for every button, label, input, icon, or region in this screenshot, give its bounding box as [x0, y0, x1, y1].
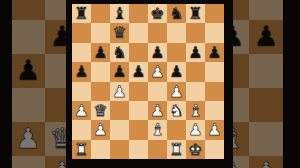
square-b2: ♟ — [91, 120, 110, 139]
square-b1 — [91, 140, 110, 159]
square-g1: ♚ — [186, 140, 205, 159]
square-c5: ♟ — [110, 62, 129, 81]
white-pawn: ♟ — [148, 62, 167, 81]
square-f3: ♞ — [167, 101, 186, 120]
square-g8: ♜ — [186, 4, 205, 23]
video-frame[interactable]: ♜♝♚♞♜♛♟♞♟♟♟♟♟♟♟♟♟♟♟♛♟♞♝♟♝♟♟♜♜♚ ♜♝♚♞♜♛♟♞♟… — [0, 0, 300, 168]
black-pawn: ♟ — [148, 43, 167, 62]
black-pawn: ♟ — [110, 62, 129, 81]
square-c7: ♛ — [110, 23, 129, 42]
black-queen: ♛ — [110, 23, 129, 42]
square-f5: ♟ — [167, 62, 186, 81]
square-d4 — [129, 82, 148, 101]
black-pawn: ♟ — [167, 62, 186, 81]
square-f6 — [167, 43, 186, 62]
square-e1 — [148, 140, 167, 159]
square-h2: ♟ — [205, 120, 224, 139]
white-knight: ♞ — [167, 101, 186, 120]
letterbox-left — [0, 0, 12, 168]
square-g4 — [186, 82, 205, 101]
black-knight: ♞ — [167, 4, 186, 23]
square-a7 — [72, 23, 91, 42]
square-a4 — [72, 82, 91, 101]
square-a5: ♟ — [72, 62, 91, 81]
letterbox-right — [284, 0, 300, 168]
square-c1 — [110, 140, 129, 159]
square-d7 — [129, 23, 148, 42]
white-bishop: ♝ — [186, 101, 205, 120]
white-pawn: ♟ — [167, 82, 186, 101]
square-e2: ♝ — [148, 120, 167, 139]
square-a6 — [72, 43, 91, 62]
square-g3: ♝ — [186, 101, 205, 120]
square-c2 — [110, 120, 129, 139]
square-d3 — [129, 101, 148, 120]
black-rook: ♜ — [72, 4, 91, 23]
square-d2 — [129, 120, 148, 139]
square-f7 — [167, 23, 186, 42]
black-bishop: ♝ — [110, 4, 129, 23]
black-pawn: ♟ — [72, 62, 91, 81]
square-d6 — [129, 43, 148, 62]
square-d1 — [129, 140, 148, 159]
white-pawn: ♟ — [148, 101, 167, 120]
white-rook: ♜ — [167, 140, 186, 159]
square-g7 — [186, 23, 205, 42]
white-queen: ♛ — [91, 101, 110, 120]
black-pawn: ♟ — [205, 43, 224, 62]
square-e8: ♚ — [148, 4, 167, 23]
square-h5 — [205, 62, 224, 81]
white-pawn: ♟ — [72, 101, 91, 120]
square-d8 — [129, 4, 148, 23]
square-d5: ♟ — [129, 62, 148, 81]
white-pawn: ♟ — [186, 120, 205, 139]
square-h8 — [205, 4, 224, 23]
square-c3 — [110, 101, 129, 120]
white-pawn: ♟ — [91, 120, 110, 139]
square-h4 — [205, 82, 224, 101]
square-a2 — [72, 120, 91, 139]
square-h1 — [205, 140, 224, 159]
square-c4: ♟ — [110, 82, 129, 101]
square-a3: ♟ — [72, 101, 91, 120]
white-king: ♚ — [186, 140, 205, 159]
square-b7 — [91, 23, 110, 42]
square-g2: ♟ — [186, 120, 205, 139]
square-f1: ♜ — [167, 140, 186, 159]
square-f2 — [167, 120, 186, 139]
black-rook: ♜ — [186, 4, 205, 23]
square-g5 — [186, 62, 205, 81]
black-knight: ♞ — [110, 43, 129, 62]
square-e6: ♟ — [148, 43, 167, 62]
square-a1: ♜ — [72, 140, 91, 159]
black-pawn: ♟ — [129, 62, 148, 81]
square-b6: ♟ — [91, 43, 110, 62]
square-b8 — [91, 4, 110, 23]
square-f4: ♟ — [167, 82, 186, 101]
square-e5: ♟ — [148, 62, 167, 81]
square-b5 — [91, 62, 110, 81]
square-e4 — [148, 82, 167, 101]
white-bishop: ♝ — [148, 120, 167, 139]
square-b3: ♛ — [91, 101, 110, 120]
white-rook: ♜ — [72, 140, 91, 159]
square-h6: ♟ — [205, 43, 224, 62]
chess-board: ♜♝♚♞♜♛♟♞♟♟♟♟♟♟♟♟♟♟♟♛♟♞♝♟♝♟♟♜♜♚ — [72, 4, 224, 159]
square-c6: ♞ — [110, 43, 129, 62]
square-a8: ♜ — [72, 4, 91, 23]
board-frame: ♜♝♚♞♜♛♟♞♟♟♟♟♟♟♟♟♟♟♟♛♟♞♝♟♝♟♟♜♜♚ — [66, 0, 233, 168]
square-h3 — [205, 101, 224, 120]
white-pawn: ♟ — [110, 82, 129, 101]
square-c8: ♝ — [110, 4, 129, 23]
square-g6: ♟ — [186, 43, 205, 62]
square-h7 — [205, 23, 224, 42]
square-e3: ♟ — [148, 101, 167, 120]
black-pawn: ♟ — [91, 43, 110, 62]
black-pawn: ♟ — [186, 43, 205, 62]
square-b4 — [91, 82, 110, 101]
black-king: ♚ — [148, 4, 167, 23]
square-f8: ♞ — [167, 4, 186, 23]
square-e7 — [148, 23, 167, 42]
white-pawn: ♟ — [205, 120, 224, 139]
